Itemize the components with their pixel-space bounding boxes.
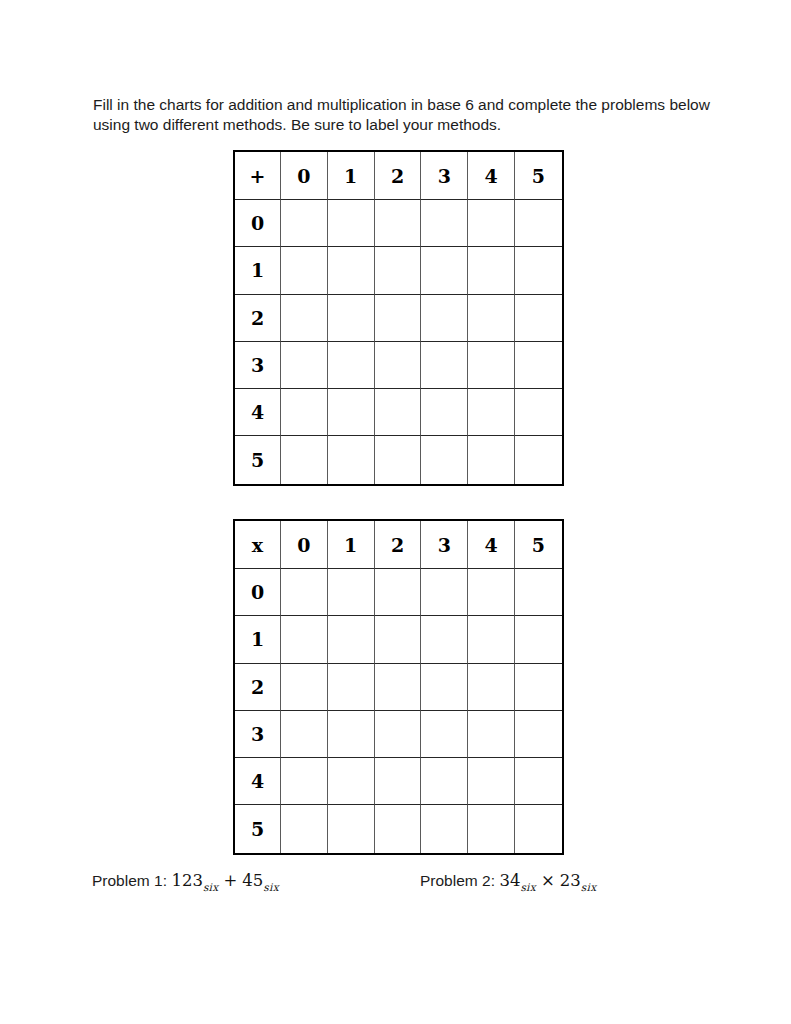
addition-blank-cell-r1-c2 bbox=[328, 200, 375, 247]
worksheet-page: Fill in the charts for addition and mult… bbox=[0, 0, 791, 1024]
multiplication-blank-cell-r2-c5 bbox=[468, 616, 515, 663]
addition-row-header-2: 2 bbox=[235, 295, 281, 342]
instructions-paragraph: Fill in the charts for addition and mult… bbox=[93, 95, 713, 135]
addition-blank-cell-r1-c5 bbox=[468, 200, 515, 247]
addition-blank-cell-r3-c6 bbox=[515, 295, 562, 342]
multiplication-blank-cell-r2-c2 bbox=[328, 616, 375, 663]
multiplication-blank-cell-r4-c6 bbox=[515, 711, 562, 758]
addition-blank-cell-r2-c4 bbox=[421, 247, 468, 294]
multiplication-col-header-5: 5 bbox=[515, 521, 562, 569]
addition-blank-cell-r4-c2 bbox=[328, 342, 375, 389]
multiplication-row-header-1: 1 bbox=[235, 616, 281, 663]
addition-blank-cell-r2-c5 bbox=[468, 247, 515, 294]
addition-blank-cell-r2-c6 bbox=[515, 247, 562, 294]
multiplication-row-header-4: 4 bbox=[235, 758, 281, 805]
plus-operator: + bbox=[218, 871, 242, 890]
addition-blank-cell-r1-c4 bbox=[421, 200, 468, 247]
multiplication-blank-cell-r2-c6 bbox=[515, 616, 562, 663]
addition-blank-cell-r5-c4 bbox=[421, 389, 468, 436]
addition-blank-cell-r5-c1 bbox=[281, 389, 328, 436]
multiplication-blank-cell-r2-c3 bbox=[375, 616, 422, 663]
addition-blank-cell-r5-c2 bbox=[328, 389, 375, 436]
addition-blank-cell-r6-c3 bbox=[375, 436, 422, 483]
addition-col-header-1: 1 bbox=[328, 152, 375, 200]
addition-col-header-0: 0 bbox=[281, 152, 328, 200]
problem-2: Problem 2: 34six×23six bbox=[420, 871, 596, 893]
problem-1-operand-1: 123 bbox=[171, 871, 203, 890]
addition-row-header-0: 0 bbox=[235, 200, 281, 247]
multiplication-row-header-3: 3 bbox=[235, 711, 281, 758]
multiplication-col-header-1: 1 bbox=[328, 521, 375, 569]
problem-2-expression: 34six×23six bbox=[499, 871, 596, 890]
addition-blank-cell-r3-c1 bbox=[281, 295, 328, 342]
addition-row-header-5: 5 bbox=[235, 436, 281, 483]
multiplication-table: x012345012345 bbox=[233, 519, 564, 855]
addition-row-header-1: 1 bbox=[235, 247, 281, 294]
multiplication-blank-cell-r4-c4 bbox=[421, 711, 468, 758]
multiplication-blank-cell-r5-c5 bbox=[468, 758, 515, 805]
addition-blank-cell-r2-c3 bbox=[375, 247, 422, 294]
multiplication-blank-cell-r4-c3 bbox=[375, 711, 422, 758]
multiplication-blank-cell-r5-c1 bbox=[281, 758, 328, 805]
addition-col-header-4: 4 bbox=[468, 152, 515, 200]
instructions-line-1: Fill in the charts for addition and mult… bbox=[93, 95, 713, 115]
addition-blank-cell-r3-c5 bbox=[468, 295, 515, 342]
addition-row-header-3: 3 bbox=[235, 342, 281, 389]
multiplication-col-header-2: 2 bbox=[375, 521, 422, 569]
problem-1-expression: 123six+45six bbox=[171, 871, 278, 890]
addition-blank-cell-r5-c6 bbox=[515, 389, 562, 436]
multiplication-col-header-0: 0 bbox=[281, 521, 328, 569]
addition-blank-cell-r1-c3 bbox=[375, 200, 422, 247]
addition-blank-cell-r3-c3 bbox=[375, 295, 422, 342]
addition-blank-cell-r6-c1 bbox=[281, 436, 328, 483]
addition-blank-cell-r6-c6 bbox=[515, 436, 562, 483]
problem-2-operand-2: 23 bbox=[560, 871, 581, 890]
problem-1-base-subscript-1: six bbox=[203, 881, 219, 893]
multiplication-blank-cell-r1-c4 bbox=[421, 569, 468, 616]
addition-blank-cell-r5-c5 bbox=[468, 389, 515, 436]
multiplication-blank-cell-r1-c5 bbox=[468, 569, 515, 616]
instructions-line-2: using two different methods. Be sure to … bbox=[93, 115, 713, 135]
multiplication-blank-cell-r6-c4 bbox=[421, 805, 468, 852]
addition-blank-cell-r4-c1 bbox=[281, 342, 328, 389]
addition-col-header-5: 5 bbox=[515, 152, 562, 200]
problem-1-label: Problem 1: bbox=[92, 872, 167, 889]
addition-col-header-2: 2 bbox=[375, 152, 422, 200]
problem-1-operand-2: 45 bbox=[242, 871, 263, 890]
multiplication-blank-cell-r5-c4 bbox=[421, 758, 468, 805]
addition-blank-cell-r2-c2 bbox=[328, 247, 375, 294]
multiplication-blank-cell-r6-c3 bbox=[375, 805, 422, 852]
addition-blank-cell-r3-c4 bbox=[421, 295, 468, 342]
addition-row-header-4: 4 bbox=[235, 389, 281, 436]
multiplication-row-header-0: 0 bbox=[235, 569, 281, 616]
addition-blank-cell-r6-c4 bbox=[421, 436, 468, 483]
problem-2-base-subscript-1: six bbox=[520, 881, 536, 893]
addition-blank-cell-r4-c4 bbox=[421, 342, 468, 389]
times-operator: × bbox=[536, 871, 560, 890]
multiplication-blank-cell-r6-c2 bbox=[328, 805, 375, 852]
multiplication-blank-cell-r6-c6 bbox=[515, 805, 562, 852]
multiplication-blank-cell-r4-c5 bbox=[468, 711, 515, 758]
problem-1: Problem 1: 123six+45six bbox=[92, 871, 279, 893]
multiplication-row-header-5: 5 bbox=[235, 805, 281, 852]
multiplication-blank-cell-r6-c5 bbox=[468, 805, 515, 852]
addition-operator-cell: + bbox=[235, 152, 281, 200]
addition-blank-cell-r2-c1 bbox=[281, 247, 328, 294]
multiplication-blank-cell-r3-c1 bbox=[281, 664, 328, 711]
addition-blank-cell-r4-c5 bbox=[468, 342, 515, 389]
addition-blank-cell-r6-c5 bbox=[468, 436, 515, 483]
multiplication-blank-cell-r3-c6 bbox=[515, 664, 562, 711]
multiplication-blank-cell-r6-c1 bbox=[281, 805, 328, 852]
addition-blank-cell-r1-c6 bbox=[515, 200, 562, 247]
multiplication-col-header-3: 3 bbox=[421, 521, 468, 569]
multiplication-operator-cell: x bbox=[235, 521, 281, 569]
multiplication-blank-cell-r3-c4 bbox=[421, 664, 468, 711]
multiplication-blank-cell-r2-c1 bbox=[281, 616, 328, 663]
multiplication-blank-cell-r1-c1 bbox=[281, 569, 328, 616]
multiplication-blank-cell-r2-c4 bbox=[421, 616, 468, 663]
addition-col-header-3: 3 bbox=[421, 152, 468, 200]
addition-blank-cell-r5-c3 bbox=[375, 389, 422, 436]
multiplication-blank-cell-r3-c5 bbox=[468, 664, 515, 711]
addition-blank-cell-r4-c3 bbox=[375, 342, 422, 389]
multiplication-row-header-2: 2 bbox=[235, 664, 281, 711]
addition-blank-cell-r1-c1 bbox=[281, 200, 328, 247]
multiplication-blank-cell-r3-c3 bbox=[375, 664, 422, 711]
multiplication-col-header-4: 4 bbox=[468, 521, 515, 569]
addition-blank-cell-r4-c6 bbox=[515, 342, 562, 389]
multiplication-blank-cell-r1-c3 bbox=[375, 569, 422, 616]
problem-2-operand-1: 34 bbox=[499, 871, 520, 890]
problem-2-base-subscript-2: six bbox=[581, 881, 597, 893]
problem-1-base-subscript-2: six bbox=[263, 881, 279, 893]
multiplication-blank-cell-r3-c2 bbox=[328, 664, 375, 711]
addition-blank-cell-r6-c2 bbox=[328, 436, 375, 483]
addition-table: +012345012345 bbox=[233, 150, 564, 486]
multiplication-blank-cell-r1-c2 bbox=[328, 569, 375, 616]
multiplication-blank-cell-r1-c6 bbox=[515, 569, 562, 616]
multiplication-blank-cell-r5-c6 bbox=[515, 758, 562, 805]
addition-blank-cell-r3-c2 bbox=[328, 295, 375, 342]
problem-2-label: Problem 2: bbox=[420, 872, 495, 889]
multiplication-blank-cell-r5-c3 bbox=[375, 758, 422, 805]
multiplication-blank-cell-r5-c2 bbox=[328, 758, 375, 805]
multiplication-blank-cell-r4-c2 bbox=[328, 711, 375, 758]
multiplication-blank-cell-r4-c1 bbox=[281, 711, 328, 758]
